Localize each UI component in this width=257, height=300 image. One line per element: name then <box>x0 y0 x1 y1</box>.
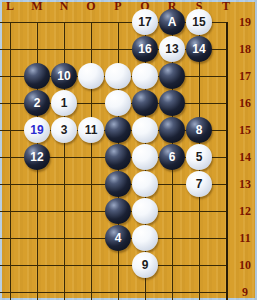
white-stone-Q11[interactable] <box>132 225 158 251</box>
black-stone-R19[interactable]: A <box>159 9 185 35</box>
stone-label-P11: 4 <box>115 231 122 245</box>
row-label-12: 12 <box>234 205 256 218</box>
white-stone-Q19[interactable]: 17 <box>132 9 158 35</box>
row-label-18: 18 <box>234 43 256 56</box>
white-stone-Q10[interactable]: 9 <box>132 252 158 278</box>
column-label-L: L <box>0 0 20 13</box>
board-right-edge-line <box>226 22 228 300</box>
black-stone-P14[interactable] <box>105 144 131 170</box>
stone-label-Q10: 9 <box>142 258 149 272</box>
stone-label-S19: 15 <box>192 15 205 29</box>
stone-label-N17: 10 <box>57 69 70 83</box>
black-stone-P13[interactable] <box>105 171 131 197</box>
row-label-14: 14 <box>234 151 256 164</box>
column-label-O: O <box>81 0 101 13</box>
row-label-9: 9 <box>234 286 256 299</box>
row-label-13: 13 <box>234 178 256 191</box>
white-stone-Q12[interactable] <box>132 198 158 224</box>
stone-label-Q18: 16 <box>138 42 151 56</box>
black-stone-S15[interactable]: 8 <box>186 117 212 143</box>
stone-label-S18: 14 <box>192 42 205 56</box>
white-stone-P16[interactable] <box>105 90 131 116</box>
white-stone-R18[interactable]: 13 <box>159 36 185 62</box>
stone-label-N15: 3 <box>61 123 68 137</box>
black-stone-N17[interactable]: 10 <box>51 63 77 89</box>
stone-label-Q19: 17 <box>138 15 151 29</box>
black-stone-P15[interactable] <box>105 117 131 143</box>
black-stone-R17[interactable] <box>159 63 185 89</box>
white-stone-S14[interactable]: 5 <box>186 144 212 170</box>
row-label-17: 17 <box>234 70 256 83</box>
black-stone-Q16[interactable] <box>132 90 158 116</box>
white-stone-N16[interactable]: 1 <box>51 90 77 116</box>
stone-label-S14: 5 <box>196 150 203 164</box>
white-stone-S19[interactable]: 15 <box>186 9 212 35</box>
black-stone-M16[interactable]: 2 <box>24 90 50 116</box>
stone-label-R14: 6 <box>169 150 176 164</box>
white-stone-Q14[interactable] <box>132 144 158 170</box>
stone-label-R18: 13 <box>165 42 178 56</box>
go-diagram-screenshot: LMNOPQRST19181716151413121110917A1516131… <box>0 0 257 300</box>
stone-label-M15: 19 <box>30 123 43 137</box>
white-stone-O15[interactable]: 11 <box>78 117 104 143</box>
column-label-P: P <box>108 0 128 13</box>
stone-label-S15: 8 <box>196 123 203 137</box>
column-label-M: M <box>27 0 47 13</box>
black-stone-R15[interactable] <box>159 117 185 143</box>
white-stone-P17[interactable] <box>105 63 131 89</box>
white-stone-O17[interactable] <box>78 63 104 89</box>
stone-label-O15: 11 <box>85 123 98 137</box>
stone-label-S13: 7 <box>196 177 203 191</box>
stone-label-R19: A <box>168 15 177 29</box>
white-stone-Q17[interactable] <box>132 63 158 89</box>
row-label-11: 11 <box>234 232 256 245</box>
black-stone-R16[interactable] <box>159 90 185 116</box>
black-stone-P12[interactable] <box>105 198 131 224</box>
white-stone-N15[interactable]: 3 <box>51 117 77 143</box>
white-stone-S13[interactable]: 7 <box>186 171 212 197</box>
row-label-15: 15 <box>234 124 256 137</box>
column-label-T: T <box>216 0 236 13</box>
stone-label-M14: 12 <box>30 150 43 164</box>
white-stone-Q15[interactable] <box>132 117 158 143</box>
black-stone-P11[interactable]: 4 <box>105 225 131 251</box>
row-label-10: 10 <box>234 259 256 272</box>
stone-label-N16: 1 <box>61 96 68 110</box>
row-label-19: 19 <box>234 16 256 29</box>
white-stone-M15[interactable]: 19 <box>24 117 50 143</box>
black-stone-M17[interactable] <box>24 63 50 89</box>
stone-label-M16: 2 <box>34 96 41 110</box>
row-label-16: 16 <box>234 97 256 110</box>
black-stone-R14[interactable]: 6 <box>159 144 185 170</box>
black-stone-S18[interactable]: 14 <box>186 36 212 62</box>
white-stone-Q13[interactable] <box>132 171 158 197</box>
black-stone-Q18[interactable]: 16 <box>132 36 158 62</box>
black-stone-M14[interactable]: 12 <box>24 144 50 170</box>
column-label-N: N <box>54 0 74 13</box>
